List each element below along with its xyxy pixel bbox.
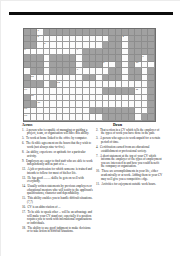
clue-item: 11. Activities for enjoyment outside wor…: [96, 183, 163, 187]
across-clue-list: 1. A person who is capable of managing o…: [22, 129, 93, 234]
clue-item-text: The flexible agreement on the hours that…: [25, 141, 91, 149]
clue-item-text: A short statement at the top of your CV …: [99, 154, 161, 169]
clue-item-text: Employers are eager to find staff who ar…: [25, 159, 92, 167]
clue-number: 10: [136, 61, 139, 64]
clue-item-text: A person who agrees to work unpaid for a…: [99, 136, 160, 144]
clue-item-text: A person who is capable of managing or g…: [25, 128, 89, 136]
clue-item-text: He has good ......... skills; he gets on…: [27, 176, 84, 184]
blocked-cell: [148, 114, 155, 121]
down-header: Down: [113, 123, 163, 127]
clue-item: 9. Employers are eager to find staff who…: [22, 160, 93, 167]
clue-number: 6: [24, 48, 25, 51]
clue-number: 17: [24, 107, 27, 110]
across-clues-column: Across 1. A person who is capable of man…: [22, 123, 93, 235]
crossword-grid: 152364781091213141115161718: [23, 28, 156, 122]
clue-item-text: These are accomplishments in your life, …: [101, 169, 162, 180]
clue-number: 3: [44, 42, 45, 45]
clue-number: 18: [24, 114, 27, 117]
clue-item: 3. A person who agrees to work unpaid fo…: [96, 137, 163, 144]
clue-item: 14. Usually written statements by previo…: [22, 185, 93, 196]
clue-item-text: To work at home linked to the office by …: [25, 136, 87, 140]
clue-number: 1: [37, 29, 38, 32]
clue-item: 4. Certification earned from an educatio…: [96, 146, 163, 153]
clue-item-text: An ability, experience or aptitude for a…: [25, 150, 85, 158]
clue-item: 8. An ability, experience or aptitude fo…: [22, 151, 93, 158]
clue-item-text: CV is an abbreviation of ...: [27, 205, 61, 209]
clue-item-text: That section in a CV which tells the emp…: [99, 128, 159, 136]
clue-number: 2: [123, 35, 124, 38]
clue-item: 17. To be able to speak other ... will b…: [22, 211, 93, 225]
clue-number: 5: [37, 35, 38, 38]
clue-item-text: The ability to use good judgment to make…: [27, 226, 91, 234]
clue-number: 16: [37, 101, 40, 104]
clue-number: 7: [142, 55, 143, 58]
clue-item: 10. These are accomplishments in your li…: [96, 170, 163, 181]
clue-item-text: To be able to speak other ... will be an…: [27, 210, 92, 225]
clue-number: 13: [57, 81, 60, 84]
clue-number: 14: [24, 88, 27, 91]
down-clue-list: 2. That section in a CV which tells the …: [96, 129, 163, 186]
clue-item: 18. The ability to use good judgment to …: [22, 227, 93, 234]
clue-item: 7. A short statement at the top of your …: [96, 155, 163, 169]
clue-number: 8: [103, 61, 104, 64]
clue-number: 11: [136, 88, 138, 91]
clue-number: 15: [31, 94, 34, 97]
clue-item: 2. That section in a CV which tells the …: [96, 129, 163, 136]
worksheet-page: { "game": "crossword", "title_bar_text":…: [0, 0, 180, 256]
across-header: Across: [22, 123, 93, 127]
clue-number: 4: [77, 48, 78, 51]
clue-item: 13. He has good ......... skills; he get…: [22, 177, 93, 184]
clue-item: 15. This ability enables you to handle d…: [22, 197, 93, 204]
clue-item-text: Usually written statements by previous e…: [27, 184, 93, 195]
down-clues-column: Down 2. That section in a CV which tells…: [96, 123, 163, 187]
clue-item-text: Certification earned from an educational…: [99, 145, 149, 153]
clue-item: 1. A person who is capable of managing o…: [22, 129, 93, 136]
clue-item-text: Activities for enjoyment outside work ho…: [101, 182, 156, 186]
clue-number: 9: [77, 68, 78, 71]
worksheet-title-bar: [9, 12, 173, 15]
clue-item: 12. A job or profession for which someon…: [22, 168, 93, 175]
clue-item-text: This ability enables you to handle diffi…: [27, 196, 93, 204]
clue-item: 6. The flexible agreement on the hours t…: [22, 142, 93, 149]
clue-item-text: A job or profession for which someone is…: [27, 167, 92, 175]
clue-number: 12: [31, 75, 34, 78]
